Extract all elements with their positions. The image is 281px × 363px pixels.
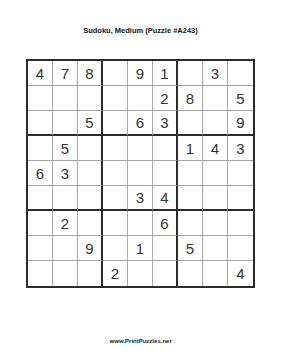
cell-r3c2 [53,111,78,136]
cell-r5c6 [153,161,178,186]
cell-r2c9: 5 [228,86,253,111]
cell-r8c4 [103,236,128,261]
cell-r1c4 [103,61,128,86]
cell-r8c2 [53,236,78,261]
cell-r7c5 [128,211,153,236]
cell-r1c3: 8 [78,61,103,86]
cell-r7c7 [178,211,203,236]
cell-r2c6: 2 [153,86,178,111]
cell-r9c8 [203,261,228,286]
cell-r7c4 [103,211,128,236]
cell-r6c6: 4 [153,186,178,211]
cell-r6c4 [103,186,128,211]
cell-r5c7 [178,161,203,186]
cell-r4c4 [103,136,128,161]
cell-r1c1: 4 [28,61,53,86]
cell-r3c9: 9 [228,111,253,136]
cell-r1c5: 9 [128,61,153,86]
cell-r5c5 [128,161,153,186]
cell-r6c1 [28,186,53,211]
cell-r3c8 [203,111,228,136]
cell-r4c3 [78,136,103,161]
cell-r5c9 [228,161,253,186]
cell-r3c1 [28,111,53,136]
cell-r6c2 [53,186,78,211]
cell-r9c9: 4 [228,261,253,286]
cell-r4c5 [128,136,153,161]
cell-r7c3 [78,211,103,236]
cell-r3c3: 5 [78,111,103,136]
cell-r2c4 [103,86,128,111]
cell-r3c7 [178,111,203,136]
cell-r9c3 [78,261,103,286]
cell-r8c1 [28,236,53,261]
cell-r6c8 [203,186,228,211]
cell-r9c4: 2 [103,261,128,286]
cell-r4c2: 5 [53,136,78,161]
cell-r9c6 [153,261,178,286]
cell-r7c2: 2 [53,211,78,236]
cell-r8c5: 1 [128,236,153,261]
sudoku-board: 4789132855639514363342691524 [26,59,255,288]
cell-r7c6: 6 [153,211,178,236]
cell-r4c8: 4 [203,136,228,161]
cell-r2c7: 8 [178,86,203,111]
cell-r2c8 [203,86,228,111]
cell-r1c7 [178,61,203,86]
cell-r7c1 [28,211,53,236]
cell-r8c3: 9 [78,236,103,261]
cell-r1c9 [228,61,253,86]
puzzle-title: Sudoku, Medium (Puzzle #A243) [0,26,281,35]
cell-r6c9 [228,186,253,211]
cell-r5c4 [103,161,128,186]
cell-r4c9: 3 [228,136,253,161]
cell-r6c3 [78,186,103,211]
cell-r5c3 [78,161,103,186]
cell-r4c6 [153,136,178,161]
cell-r7c9 [228,211,253,236]
cell-r3c6: 3 [153,111,178,136]
cell-r3c4 [103,111,128,136]
cell-r3c5: 6 [128,111,153,136]
cell-r8c8 [203,236,228,261]
puzzle-page: Sudoku, Medium (Puzzle #A243) 4789132855… [0,0,281,363]
cell-r8c6 [153,236,178,261]
cell-r8c7: 5 [178,236,203,261]
cell-r5c8 [203,161,228,186]
cell-r6c7 [178,186,203,211]
cell-r9c1 [28,261,53,286]
cell-r2c2 [53,86,78,111]
cell-r9c5 [128,261,153,286]
footer-site-url: www.PrintPuzzles.net [0,338,281,344]
cell-r4c7: 1 [178,136,203,161]
cell-r2c3 [78,86,103,111]
cell-r4c1 [28,136,53,161]
cell-r9c2 [53,261,78,286]
cell-r1c2: 7 [53,61,78,86]
cell-r1c8: 3 [203,61,228,86]
cell-r5c1: 6 [28,161,53,186]
cell-r5c2: 3 [53,161,78,186]
cell-r6c5: 3 [128,186,153,211]
cell-r7c8 [203,211,228,236]
cell-r1c6: 1 [153,61,178,86]
cell-r2c1 [28,86,53,111]
cell-r9c7 [178,261,203,286]
cell-r8c9 [228,236,253,261]
cell-r2c5 [128,86,153,111]
